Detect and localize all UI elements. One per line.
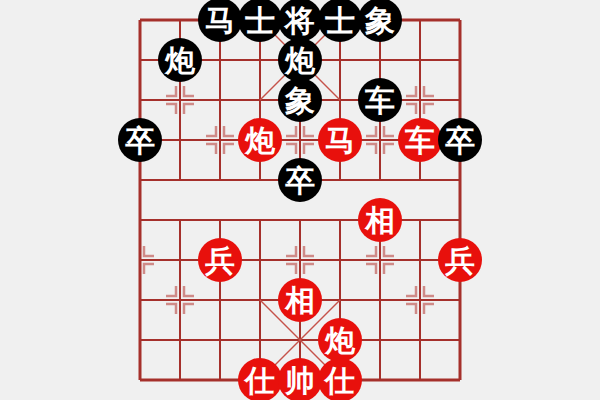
piece-black-soldier[interactable]: 卒	[278, 158, 322, 202]
piece-black-general[interactable]: 将	[278, 0, 322, 42]
piece-label: 象	[365, 6, 395, 36]
piece-label: 象	[285, 86, 315, 116]
piece-label: 车	[405, 126, 435, 156]
piece-label: 相	[365, 206, 395, 236]
piece-label: 马	[205, 6, 235, 36]
piece-label: 相	[285, 286, 315, 316]
piece-label: 仕	[325, 366, 355, 396]
piece-label: 帅	[285, 366, 315, 396]
piece-red-advisor[interactable]: 仕	[238, 358, 282, 400]
xiangqi-app-canvas: 马士将士象炮炮象车卒炮马车卒卒相兵兵相炮仕帅仕	[0, 0, 600, 400]
piece-label: 马	[325, 126, 355, 156]
piece-red-horse[interactable]: 马	[318, 118, 362, 162]
piece-label: 卒	[285, 166, 315, 196]
piece-black-horse[interactable]: 马	[198, 0, 242, 42]
piece-black-elephant[interactable]: 象	[358, 0, 402, 42]
piece-black-advisor[interactable]: 士	[318, 0, 362, 42]
piece-red-general[interactable]: 帅	[278, 358, 322, 400]
piece-red-cannon[interactable]: 炮	[318, 318, 362, 362]
piece-black-soldier[interactable]: 卒	[438, 118, 482, 162]
piece-label: 将	[285, 6, 315, 36]
piece-black-cannon[interactable]: 炮	[158, 38, 202, 82]
piece-black-elephant[interactable]: 象	[278, 78, 322, 122]
piece-label: 士	[325, 6, 355, 36]
piece-label: 士	[245, 6, 275, 36]
piece-label: 兵	[445, 246, 475, 276]
piece-red-soldier[interactable]: 兵	[438, 238, 482, 282]
piece-red-elephant[interactable]: 相	[358, 198, 402, 242]
piece-label: 炮	[285, 46, 315, 76]
piece-black-soldier[interactable]: 卒	[118, 118, 162, 162]
piece-label: 卒	[445, 126, 475, 156]
piece-label: 车	[365, 86, 395, 116]
piece-red-soldier[interactable]: 兵	[198, 238, 242, 282]
piece-red-cannon[interactable]: 炮	[238, 118, 282, 162]
piece-label: 炮	[325, 326, 355, 356]
board-grid[interactable]: 马士将士象炮炮象车卒炮马车卒卒相兵兵相炮仕帅仕	[120, 0, 480, 400]
piece-black-cannon[interactable]: 炮	[278, 38, 322, 82]
piece-label: 卒	[125, 126, 155, 156]
piece-red-elephant[interactable]: 相	[278, 278, 322, 322]
piece-red-chariot[interactable]: 车	[398, 118, 442, 162]
piece-red-advisor[interactable]: 仕	[318, 358, 362, 400]
piece-label: 兵	[205, 246, 235, 276]
piece-black-chariot[interactable]: 车	[358, 78, 402, 122]
piece-label: 仕	[245, 366, 275, 396]
piece-black-advisor[interactable]: 士	[238, 0, 282, 42]
piece-label: 炮	[245, 126, 275, 156]
piece-label: 炮	[165, 46, 195, 76]
